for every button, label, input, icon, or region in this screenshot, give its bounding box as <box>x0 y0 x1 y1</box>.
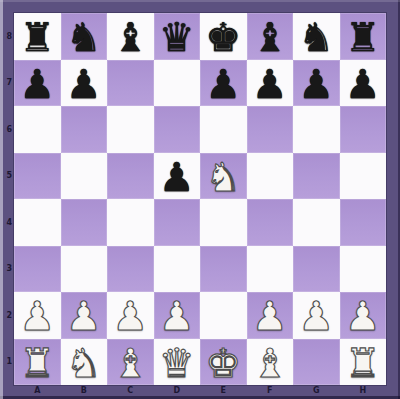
piece-white-bishop[interactable]: ♝ <box>252 340 288 385</box>
rank-label-3: 3 <box>0 246 14 293</box>
square-c3[interactable] <box>107 246 154 293</box>
file-label-a: A <box>14 384 61 397</box>
square-e2[interactable] <box>200 292 247 339</box>
piece-white-pawn[interactable]: ♟ <box>19 293 55 338</box>
square-e3[interactable] <box>200 246 247 293</box>
piece-black-rook[interactable]: ♜ <box>19 14 55 59</box>
square-f2[interactable]: ♟ <box>247 292 294 339</box>
square-d2[interactable]: ♟ <box>154 292 201 339</box>
square-c6[interactable] <box>107 106 154 153</box>
square-d4[interactable] <box>154 199 201 246</box>
square-a6[interactable] <box>14 106 61 153</box>
square-d1[interactable]: ♛ <box>154 339 201 386</box>
piece-white-pawn[interactable]: ♟ <box>298 293 334 338</box>
square-h2[interactable]: ♟ <box>340 292 387 339</box>
rank-label-2: 2 <box>0 292 14 339</box>
square-g8[interactable]: ♞ <box>293 13 340 60</box>
square-c5[interactable] <box>107 153 154 200</box>
square-g6[interactable] <box>293 106 340 153</box>
rank-label-8: 8 <box>0 13 14 60</box>
file-label-f: F <box>247 384 294 397</box>
piece-black-queen[interactable]: ♛ <box>159 14 195 59</box>
square-d5[interactable]: ♟ <box>154 153 201 200</box>
square-g7[interactable]: ♟ <box>293 60 340 107</box>
square-b4[interactable] <box>61 199 108 246</box>
piece-black-rook[interactable]: ♜ <box>345 14 381 59</box>
square-d8[interactable]: ♛ <box>154 13 201 60</box>
piece-black-pawn[interactable]: ♟ <box>252 61 288 106</box>
file-labels: ABCDEFGH <box>14 384 386 397</box>
piece-white-king[interactable]: ♚ <box>205 340 241 385</box>
piece-white-knight[interactable]: ♞ <box>66 340 102 385</box>
square-f1[interactable]: ♝ <box>247 339 294 386</box>
rank-label-1: 1 <box>0 339 14 386</box>
square-b1[interactable]: ♞ <box>61 339 108 386</box>
square-b2[interactable]: ♟ <box>61 292 108 339</box>
piece-white-bishop[interactable]: ♝ <box>112 340 148 385</box>
square-e6[interactable] <box>200 106 247 153</box>
piece-white-pawn[interactable]: ♟ <box>112 293 148 338</box>
square-g5[interactable] <box>293 153 340 200</box>
square-f5[interactable] <box>247 153 294 200</box>
file-label-d: D <box>154 384 201 397</box>
piece-white-pawn[interactable]: ♟ <box>252 293 288 338</box>
square-g1[interactable] <box>293 339 340 386</box>
square-b7[interactable]: ♟ <box>61 60 108 107</box>
file-label-b: B <box>61 384 108 397</box>
square-g2[interactable]: ♟ <box>293 292 340 339</box>
piece-white-rook[interactable]: ♜ <box>345 340 381 385</box>
square-c4[interactable] <box>107 199 154 246</box>
square-a3[interactable] <box>14 246 61 293</box>
piece-black-pawn[interactable]: ♟ <box>66 61 102 106</box>
square-h4[interactable] <box>340 199 387 246</box>
square-e4[interactable] <box>200 199 247 246</box>
square-h8[interactable]: ♜ <box>340 13 387 60</box>
square-g3[interactable] <box>293 246 340 293</box>
square-e1[interactable]: ♚ <box>200 339 247 386</box>
file-label-c: C <box>107 384 154 397</box>
piece-white-rook[interactable]: ♜ <box>19 340 55 385</box>
square-d3[interactable] <box>154 246 201 293</box>
square-a7[interactable]: ♟ <box>14 60 61 107</box>
piece-black-pawn[interactable]: ♟ <box>159 154 195 199</box>
piece-black-bishop[interactable]: ♝ <box>112 14 148 59</box>
square-a2[interactable]: ♟ <box>14 292 61 339</box>
piece-black-pawn[interactable]: ♟ <box>298 61 334 106</box>
square-c7[interactable] <box>107 60 154 107</box>
square-g4[interactable] <box>293 199 340 246</box>
square-a4[interactable] <box>14 199 61 246</box>
square-a8[interactable]: ♜ <box>14 13 61 60</box>
square-h7[interactable]: ♟ <box>340 60 387 107</box>
square-e8[interactable]: ♚ <box>200 13 247 60</box>
rank-label-6: 6 <box>0 106 14 153</box>
square-d7[interactable] <box>154 60 201 107</box>
piece-white-queen[interactable]: ♛ <box>159 340 195 385</box>
square-b3[interactable] <box>61 246 108 293</box>
rank-labels: 87654321 <box>0 13 14 385</box>
square-h5[interactable] <box>340 153 387 200</box>
rank-label-4: 4 <box>0 199 14 246</box>
piece-black-king[interactable]: ♚ <box>205 14 241 59</box>
square-h3[interactable] <box>340 246 387 293</box>
square-a5[interactable] <box>14 153 61 200</box>
file-label-h: H <box>340 384 387 397</box>
chess-board-frame: 87654321 ♜♞♝♛♚♝♞♜♟♟♟♟♟♟♟♞♟♟♟♟♟♟♟♜♞♝♛♚♝♜ … <box>0 0 400 399</box>
square-b6[interactable] <box>61 106 108 153</box>
square-f8[interactable]: ♝ <box>247 13 294 60</box>
square-b8[interactable]: ♞ <box>61 13 108 60</box>
piece-black-pawn[interactable]: ♟ <box>205 61 241 106</box>
piece-black-pawn[interactable]: ♟ <box>345 61 381 106</box>
square-h1[interactable]: ♜ <box>340 339 387 386</box>
square-e7[interactable]: ♟ <box>200 60 247 107</box>
square-f6[interactable] <box>247 106 294 153</box>
square-f3[interactable] <box>247 246 294 293</box>
square-c8[interactable]: ♝ <box>107 13 154 60</box>
piece-black-knight[interactable]: ♞ <box>298 14 334 59</box>
piece-black-knight[interactable]: ♞ <box>66 14 102 59</box>
square-h6[interactable] <box>340 106 387 153</box>
square-d6[interactable] <box>154 106 201 153</box>
square-f7[interactable]: ♟ <box>247 60 294 107</box>
piece-white-knight[interactable]: ♞ <box>205 154 241 199</box>
piece-white-pawn[interactable]: ♟ <box>66 293 102 338</box>
square-a1[interactable]: ♜ <box>14 339 61 386</box>
square-f4[interactable] <box>247 199 294 246</box>
square-c2[interactable]: ♟ <box>107 292 154 339</box>
rank-label-7: 7 <box>0 60 14 107</box>
square-b5[interactable] <box>61 153 108 200</box>
piece-white-pawn[interactable]: ♟ <box>345 293 381 338</box>
piece-black-pawn[interactable]: ♟ <box>19 61 55 106</box>
chess-board: ♜♞♝♛♚♝♞♜♟♟♟♟♟♟♟♞♟♟♟♟♟♟♟♜♞♝♛♚♝♜ <box>14 13 386 385</box>
file-label-g: G <box>293 384 340 397</box>
square-e5[interactable]: ♞ <box>200 153 247 200</box>
square-c1[interactable]: ♝ <box>107 339 154 386</box>
file-label-e: E <box>200 384 247 397</box>
piece-black-bishop[interactable]: ♝ <box>252 14 288 59</box>
rank-label-5: 5 <box>0 153 14 200</box>
piece-white-pawn[interactable]: ♟ <box>159 293 195 338</box>
